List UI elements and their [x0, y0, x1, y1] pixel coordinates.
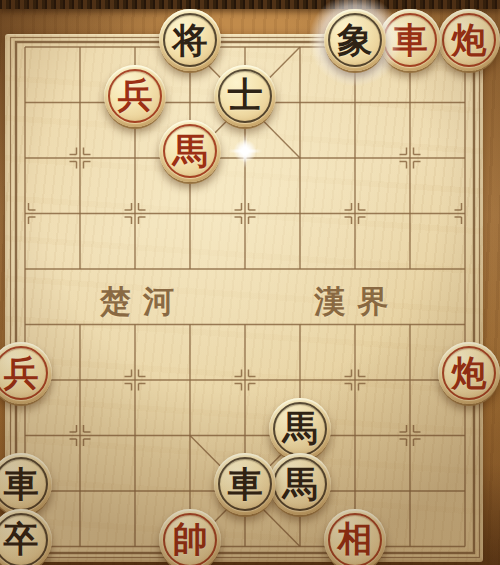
- black-soldier-piece[interactable]: 卒: [0, 509, 52, 565]
- red-horse-piece[interactable]: 馬: [159, 120, 221, 182]
- piece-character: 車: [214, 453, 276, 515]
- black-advisor-piece[interactable]: 士: [214, 65, 276, 127]
- red-elephant-piece[interactable]: 相: [324, 509, 386, 565]
- black-general-piece[interactable]: 将: [159, 9, 221, 71]
- black-horse-front-piece[interactable]: 馬: [269, 398, 331, 460]
- xiangqi-game-screen: 楚河 漢界 将象車炮兵士馬兵炮馬車車馬卒帥相: [0, 0, 500, 565]
- black-chariot-left-piece[interactable]: 車: [0, 453, 52, 515]
- piece-character: 炮: [438, 9, 500, 71]
- black-elephant-piece[interactable]: 象: [324, 9, 386, 71]
- piece-character: 車: [0, 453, 52, 515]
- piece-character: 兵: [104, 65, 166, 127]
- piece-character: 兵: [0, 342, 52, 404]
- black-chariot-center-piece[interactable]: 車: [214, 453, 276, 515]
- piece-character: 帥: [159, 509, 221, 565]
- piece-character: 相: [324, 509, 386, 565]
- red-soldier-left-piece[interactable]: 兵: [0, 342, 52, 404]
- pieces-layer: 将象車炮兵士馬兵炮馬車車馬卒帥相: [0, 0, 500, 565]
- piece-character: 馬: [269, 398, 331, 460]
- red-soldier-advanced-piece[interactable]: 兵: [104, 65, 166, 127]
- black-horse-rear-piece[interactable]: 馬: [269, 453, 331, 515]
- red-general-piece[interactable]: 帥: [159, 509, 221, 565]
- red-cannon-right-piece[interactable]: 炮: [438, 9, 500, 71]
- piece-character: 将: [159, 9, 221, 71]
- piece-character: 馬: [159, 120, 221, 182]
- piece-character: 象: [324, 9, 386, 71]
- piece-character: 士: [214, 65, 276, 127]
- piece-character: 炮: [438, 342, 500, 404]
- red-cannon-rear-piece[interactable]: 炮: [438, 342, 500, 404]
- piece-character: 卒: [0, 509, 52, 565]
- piece-character: 馬: [269, 453, 331, 515]
